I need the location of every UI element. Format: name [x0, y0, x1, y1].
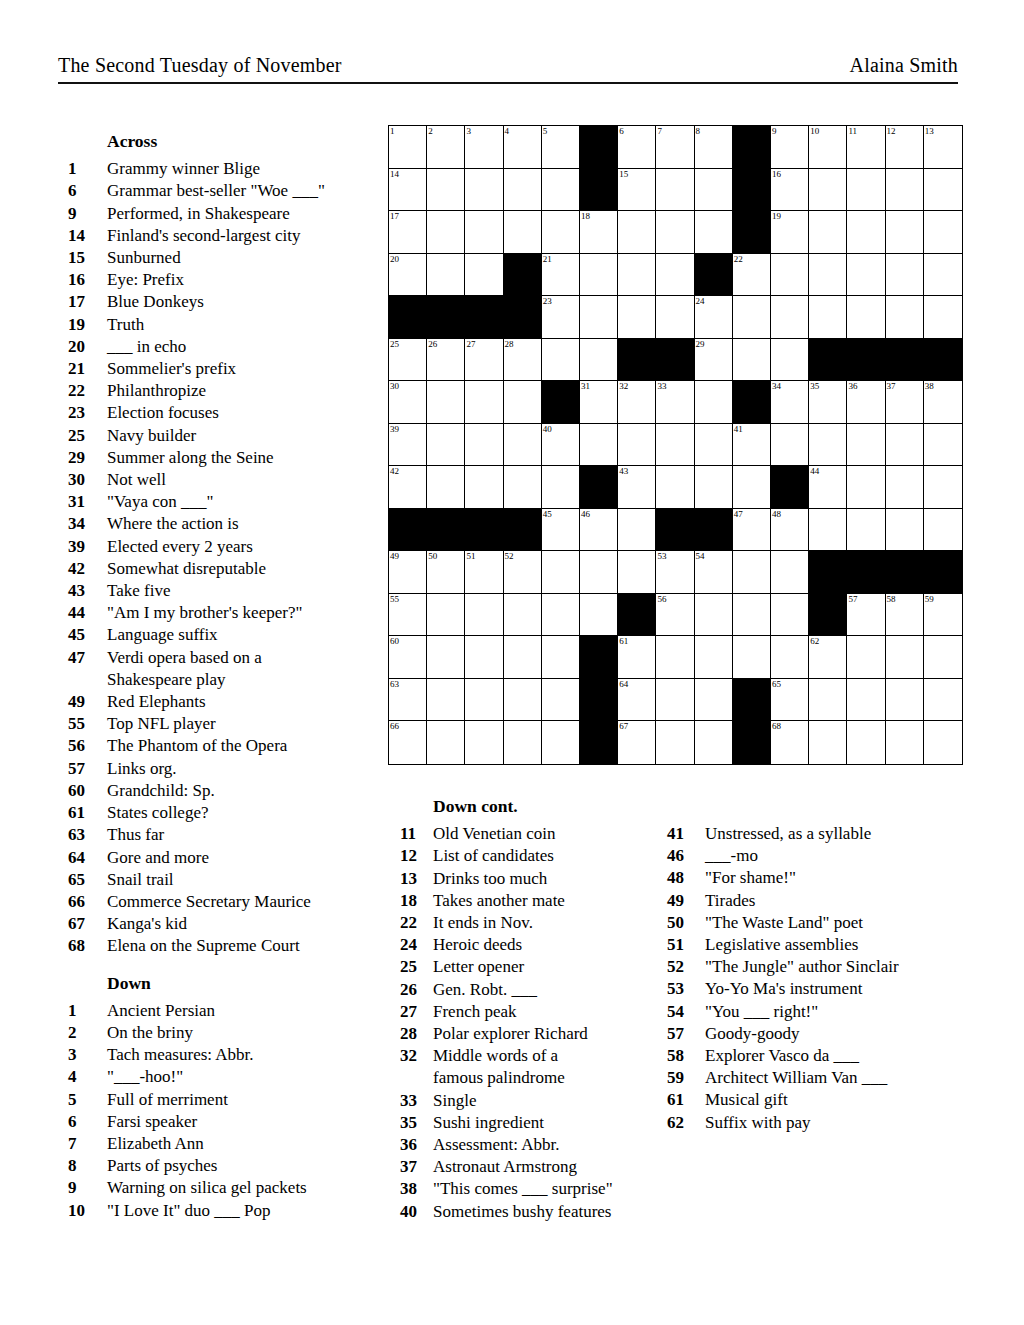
clue-item: 1Ancient Persian — [68, 1000, 380, 1022]
grid-cell[interactable] — [809, 509, 847, 552]
clue-text: ___ in echo — [107, 336, 186, 358]
grid-cell[interactable]: 4 — [504, 126, 542, 169]
grid-cell[interactable]: 43 — [618, 466, 656, 509]
grid-cell[interactable]: 53 — [656, 551, 694, 594]
cell-number: 47 — [734, 509, 743, 519]
cell-number: 7 — [657, 126, 662, 136]
clue-text: Kanga's kid — [107, 913, 187, 935]
clue-number: 3 — [68, 1044, 107, 1066]
clue-number: 20 — [68, 336, 107, 358]
clue-text: Heroic deeds — [433, 934, 522, 956]
clue-text: Elizabeth Ann — [107, 1133, 204, 1155]
grid-cell[interactable] — [580, 594, 618, 637]
grid-cell[interactable] — [656, 466, 694, 509]
cell-number: 40 — [543, 424, 552, 434]
grid-cell[interactable] — [656, 679, 694, 722]
grid-cell[interactable] — [771, 424, 809, 467]
clue-text: List of candidates — [433, 845, 554, 867]
grid-cell[interactable] — [695, 594, 733, 637]
clue-text: Architect William Van ___ — [705, 1067, 887, 1089]
grid-cell[interactable]: 60 — [389, 636, 427, 679]
grid-cell[interactable] — [847, 679, 885, 722]
black-cell — [924, 339, 962, 382]
grid-cell[interactable]: 64 — [618, 679, 656, 722]
grid-cell[interactable] — [924, 211, 962, 254]
grid-cell[interactable] — [656, 296, 694, 339]
grid-cell[interactable] — [886, 636, 924, 679]
grid-cell[interactable]: 32 — [618, 381, 656, 424]
grid-cell[interactable] — [695, 636, 733, 679]
cell-number: 39 — [390, 424, 399, 434]
clue-text: Election focuses — [107, 402, 219, 424]
clue-text: Elected every 2 years — [107, 536, 253, 558]
grid-cell[interactable]: 1 — [389, 126, 427, 169]
black-cell — [580, 721, 618, 764]
grid-cell[interactable]: 18 — [580, 211, 618, 254]
grid-cell[interactable]: 8 — [695, 126, 733, 169]
clue-text: Grammy winner Blige — [107, 158, 260, 180]
clue-number: 12 — [400, 845, 433, 867]
grid-cell[interactable] — [771, 636, 809, 679]
grid-cell[interactable]: 25 — [389, 339, 427, 382]
grid-cell[interactable] — [618, 296, 656, 339]
clue-number: 6 — [68, 180, 107, 202]
grid-cell[interactable] — [465, 466, 503, 509]
clue-number: 23 — [68, 402, 107, 424]
grid-cell[interactable] — [733, 551, 771, 594]
grid-cell[interactable]: 54 — [695, 551, 733, 594]
grid-cell[interactable] — [504, 424, 542, 467]
clue-number: 59 — [667, 1067, 705, 1089]
clue-number: 9 — [68, 1177, 107, 1199]
cell-number: 24 — [696, 296, 705, 306]
grid-cell[interactable] — [542, 466, 580, 509]
grid-cell[interactable]: 13 — [924, 126, 962, 169]
grid-cell[interactable] — [542, 551, 580, 594]
grid-cell[interactable] — [924, 169, 962, 212]
grid-cell[interactable]: 35 — [809, 381, 847, 424]
grid-cell[interactable]: 21 — [542, 254, 580, 297]
grid-cell[interactable]: 26 — [427, 339, 465, 382]
black-cell — [733, 211, 771, 254]
clue-item: 44"Am I my brother's keeper?" — [68, 602, 380, 624]
grid-cell[interactable] — [656, 169, 694, 212]
clue-item: 50"The Waste Land" poet — [667, 912, 960, 934]
clue-item: 54"You ___ right!" — [667, 1001, 960, 1023]
grid-cell[interactable] — [656, 254, 694, 297]
clue-number: 9 — [68, 203, 107, 225]
clue-item: 51Legislative assemblies — [667, 934, 960, 956]
grid-cell[interactable] — [465, 721, 503, 764]
grid-cell[interactable] — [427, 679, 465, 722]
grid-cell[interactable] — [695, 424, 733, 467]
black-cell — [924, 551, 962, 594]
grid-cell[interactable]: 24 — [695, 296, 733, 339]
grid-cell[interactable] — [618, 509, 656, 552]
grid-cell[interactable] — [847, 466, 885, 509]
clue-text: Unstressed, as a syllable — [705, 823, 871, 845]
grid-cell[interactable] — [695, 381, 733, 424]
grid-cell[interactable] — [465, 381, 503, 424]
grid-cell[interactable] — [504, 679, 542, 722]
clue-number: 57 — [667, 1023, 705, 1045]
grid-cell[interactable] — [427, 424, 465, 467]
black-cell — [733, 381, 771, 424]
clue-item: 25Navy builder — [68, 425, 380, 447]
grid-cell[interactable] — [847, 296, 885, 339]
clue-item: 10"I Love It" duo ___ Pop — [68, 1200, 380, 1222]
grid-cell[interactable] — [618, 424, 656, 467]
grid-cell[interactable] — [542, 679, 580, 722]
grid-cell[interactable]: 50 — [427, 551, 465, 594]
grid-cell[interactable] — [771, 594, 809, 637]
grid-cell[interactable] — [733, 466, 771, 509]
clue-item: 37Astronaut Armstrong — [400, 1156, 662, 1178]
grid-cell[interactable] — [847, 254, 885, 297]
byline: Alaina Smith — [849, 54, 958, 77]
black-cell — [771, 466, 809, 509]
clue-text: Language suffix — [107, 624, 218, 646]
grid-cell[interactable]: 16 — [771, 169, 809, 212]
clue-number: 52 — [667, 956, 705, 978]
grid-cell[interactable]: 56 — [656, 594, 694, 637]
grid-cell[interactable] — [542, 169, 580, 212]
cell-number: 55 — [390, 594, 399, 604]
grid-cell[interactable] — [695, 211, 733, 254]
grid-cell[interactable] — [580, 254, 618, 297]
grid-cell[interactable]: 10 — [809, 126, 847, 169]
grid-cell[interactable] — [809, 296, 847, 339]
black-cell — [656, 339, 694, 382]
grid-cell[interactable]: 38 — [924, 381, 962, 424]
clue-item: 49Tirades — [667, 890, 960, 912]
grid-cell[interactable]: 52 — [504, 551, 542, 594]
grid-cell[interactable] — [924, 509, 962, 552]
cell-number: 28 — [505, 339, 514, 349]
clue-number: 1 — [68, 1000, 107, 1022]
cell-number: 51 — [466, 551, 475, 561]
grid-cell[interactable] — [504, 721, 542, 764]
black-cell — [465, 509, 503, 552]
grid-cell[interactable] — [465, 424, 503, 467]
clue-text: Finland's second-largest city — [107, 225, 301, 247]
grid-cell[interactable] — [886, 679, 924, 722]
clue-item: 60Grandchild: Sp. — [68, 780, 380, 802]
grid-cell[interactable]: 29 — [695, 339, 733, 382]
black-cell — [733, 126, 771, 169]
grid-cell[interactable] — [542, 721, 580, 764]
grid-cell[interactable]: 61 — [618, 636, 656, 679]
clue-text: "The Jungle" author Sinclair — [705, 956, 899, 978]
grid-cell[interactable] — [847, 424, 885, 467]
grid-cell[interactable] — [809, 424, 847, 467]
grid-cell[interactable] — [733, 594, 771, 637]
cell-number: 64 — [619, 679, 628, 689]
grid-cell[interactable] — [886, 296, 924, 339]
black-cell — [465, 296, 503, 339]
cell-number: 36 — [848, 381, 857, 391]
clue-text: Somewhat disreputable — [107, 558, 266, 580]
grid-cell[interactable]: 30 — [389, 381, 427, 424]
clue-number: 22 — [68, 380, 107, 402]
grid-cell[interactable]: 20 — [389, 254, 427, 297]
grid-cell[interactable]: 23 — [542, 296, 580, 339]
grid-cell[interactable]: 33 — [656, 381, 694, 424]
grid-cell[interactable]: 14 — [389, 169, 427, 212]
grid-cell[interactable] — [656, 636, 694, 679]
grid-cell[interactable] — [504, 169, 542, 212]
grid-cell[interactable] — [733, 296, 771, 339]
clue-item: 68Elena on the Supreme Court — [68, 935, 380, 957]
grid-cell[interactable]: 36 — [847, 381, 885, 424]
clue-item: 57Links org. — [68, 758, 380, 780]
grid-cell[interactable] — [427, 594, 465, 637]
grid-cell[interactable] — [695, 466, 733, 509]
grid-cell[interactable] — [427, 636, 465, 679]
grid-cell[interactable]: 5 — [542, 126, 580, 169]
grid-cell[interactable]: 65 — [771, 679, 809, 722]
grid-cell[interactable] — [465, 636, 503, 679]
grid-cell[interactable] — [542, 594, 580, 637]
grid-cell[interactable] — [695, 721, 733, 764]
grid-cell[interactable]: 27 — [465, 339, 503, 382]
clue-text: Eye: Prefix — [107, 269, 184, 291]
grid-cell[interactable] — [847, 211, 885, 254]
grid-cell[interactable] — [427, 466, 465, 509]
clue-number: 41 — [667, 823, 705, 845]
clue-text: "___-hoo!" — [107, 1066, 183, 1088]
grid-cell[interactable] — [809, 169, 847, 212]
cell-number: 37 — [887, 381, 896, 391]
grid-cell[interactable] — [465, 679, 503, 722]
grid-cell[interactable]: 42 — [389, 466, 427, 509]
grid-cell[interactable] — [924, 679, 962, 722]
grid-cell[interactable] — [504, 466, 542, 509]
clue-number: 34 — [68, 513, 107, 535]
grid-cell[interactable]: 3 — [465, 126, 503, 169]
grid-cell[interactable] — [886, 211, 924, 254]
grid-cell[interactable] — [504, 636, 542, 679]
clue-text: The Phantom of the Opera — [107, 735, 287, 757]
grid-cell[interactable]: 44 — [809, 466, 847, 509]
grid-cell[interactable] — [542, 211, 580, 254]
grid-cell[interactable]: 11 — [847, 126, 885, 169]
grid-cell[interactable]: 49 — [389, 551, 427, 594]
grid-cell[interactable] — [656, 424, 694, 467]
clue-number: 49 — [68, 691, 107, 713]
clue-item: 32Middle words of a famous palindrome — [400, 1045, 662, 1089]
clue-column-left: Across 1Grammy winner Blige6Grammar best… — [58, 130, 380, 1222]
cell-number: 5 — [543, 126, 548, 136]
grid-cell[interactable] — [733, 339, 771, 382]
grid-cell[interactable] — [465, 594, 503, 637]
grid-cell[interactable] — [504, 211, 542, 254]
clue-number: 29 — [68, 447, 107, 469]
grid-cell[interactable]: 40 — [542, 424, 580, 467]
grid-cell[interactable] — [924, 296, 962, 339]
cell-number: 25 — [390, 339, 399, 349]
grid-cell[interactable]: 46 — [580, 509, 618, 552]
grid-cell[interactable] — [580, 296, 618, 339]
grid-cell[interactable] — [809, 254, 847, 297]
grid-cell[interactable] — [847, 636, 885, 679]
clue-text: Thus far — [107, 824, 164, 846]
grid-cell[interactable]: 62 — [809, 636, 847, 679]
clue-text: Navy builder — [107, 425, 196, 447]
cell-number: 13 — [925, 126, 934, 136]
grid-cell[interactable] — [504, 594, 542, 637]
grid-cell[interactable] — [924, 721, 962, 764]
grid-cell[interactable]: 19 — [771, 211, 809, 254]
grid-cell[interactable] — [465, 254, 503, 297]
grid-cell[interactable]: 41 — [733, 424, 771, 467]
cell-number: 4 — [505, 126, 510, 136]
cell-number: 23 — [543, 296, 552, 306]
grid-cell[interactable]: 55 — [389, 594, 427, 637]
grid-cell[interactable] — [924, 424, 962, 467]
clue-text: Links org. — [107, 758, 177, 780]
grid-cell[interactable] — [504, 381, 542, 424]
clue-item: 21Sommelier's prefix — [68, 358, 380, 380]
clue-item: 53Yo-Yo Ma's instrument — [667, 978, 960, 1000]
clue-item: 66Commerce Secretary Maurice — [68, 891, 380, 913]
grid-cell[interactable]: 45 — [542, 509, 580, 552]
cell-number: 31 — [581, 381, 590, 391]
clue-number: 61 — [667, 1089, 705, 1111]
grid-cell[interactable] — [465, 169, 503, 212]
grid-cell[interactable] — [924, 636, 962, 679]
grid-cell[interactable] — [427, 169, 465, 212]
grid-cell[interactable]: 68 — [771, 721, 809, 764]
grid-cell[interactable]: 51 — [465, 551, 503, 594]
clue-item: 47Verdi opera based on a Shakespeare pla… — [68, 647, 380, 691]
clue-item: 64Gore and more — [68, 847, 380, 869]
clue-item: 62Suffix with pay — [667, 1112, 960, 1134]
grid-cell[interactable] — [618, 551, 656, 594]
grid-cell[interactable]: 15 — [618, 169, 656, 212]
grid-cell[interactable] — [886, 424, 924, 467]
clue-text: Parts of psyches — [107, 1155, 217, 1177]
clue-number: 57 — [68, 758, 107, 780]
grid-cell[interactable] — [580, 424, 618, 467]
grid-cell[interactable] — [580, 339, 618, 382]
clue-number: 64 — [68, 847, 107, 869]
grid-cell[interactable] — [847, 721, 885, 764]
grid-cell[interactable] — [695, 679, 733, 722]
grid-cell[interactable] — [847, 509, 885, 552]
cell-number: 60 — [390, 636, 399, 646]
clue-item: 63Thus far — [68, 824, 380, 846]
grid-cell[interactable] — [924, 254, 962, 297]
cell-number: 65 — [772, 679, 781, 689]
clue-item: 28Polar explorer Richard — [400, 1023, 662, 1045]
grid-cell[interactable] — [618, 211, 656, 254]
clue-text: Warning on silica gel packets — [107, 1177, 307, 1199]
grid-cell[interactable]: 58 — [886, 594, 924, 637]
grid-cell[interactable]: 47 — [733, 509, 771, 552]
grid-cell[interactable]: 22 — [733, 254, 771, 297]
clue-text: Drinks too much — [433, 868, 547, 890]
grid-cell[interactable] — [886, 169, 924, 212]
grid-cell[interactable] — [427, 721, 465, 764]
grid-cell[interactable] — [618, 254, 656, 297]
grid-cell[interactable] — [924, 466, 962, 509]
grid-cell[interactable] — [733, 636, 771, 679]
black-cell — [809, 339, 847, 382]
clue-text: Philanthropize — [107, 380, 206, 402]
clue-text: Gore and more — [107, 847, 209, 869]
grid-cell[interactable]: 12 — [886, 126, 924, 169]
grid-cell[interactable] — [771, 551, 809, 594]
grid-cell[interactable]: 63 — [389, 679, 427, 722]
clue-number: 49 — [667, 890, 705, 912]
grid-cell[interactable]: 2 — [427, 126, 465, 169]
grid-cell[interactable]: 39 — [389, 424, 427, 467]
grid-cell[interactable] — [886, 254, 924, 297]
grid-cell[interactable] — [656, 211, 694, 254]
clue-text: Musical gift — [705, 1089, 788, 1111]
clue-number: 38 — [400, 1178, 433, 1200]
grid-cell[interactable] — [542, 339, 580, 382]
grid-cell[interactable]: 6 — [618, 126, 656, 169]
grid-cell[interactable] — [427, 211, 465, 254]
page-header: The Second Tuesday of November Alaina Sm… — [58, 54, 958, 84]
grid-cell[interactable] — [465, 211, 503, 254]
grid-cell[interactable]: 48 — [771, 509, 809, 552]
grid-cell[interactable] — [771, 296, 809, 339]
grid-cell[interactable]: 9 — [771, 126, 809, 169]
grid-cell[interactable]: 17 — [389, 211, 427, 254]
grid-cell[interactable] — [771, 339, 809, 382]
grid-cell[interactable]: 28 — [504, 339, 542, 382]
black-cell — [504, 509, 542, 552]
grid-cell[interactable] — [695, 169, 733, 212]
grid-cell[interactable]: 67 — [618, 721, 656, 764]
grid-cell[interactable] — [886, 466, 924, 509]
grid-cell[interactable] — [427, 254, 465, 297]
grid-cell[interactable] — [809, 679, 847, 722]
clue-number: 53 — [667, 978, 705, 1000]
clue-item: 39Elected every 2 years — [68, 536, 380, 558]
grid-cell[interactable] — [771, 254, 809, 297]
grid-cell[interactable] — [656, 721, 694, 764]
clue-item: 29Summer along the Seine — [68, 447, 380, 469]
clue-text: Gen. Robt. ___ — [433, 979, 537, 1001]
grid-cell[interactable]: 57 — [847, 594, 885, 637]
clue-number: 39 — [68, 536, 107, 558]
clue-item: 49Red Elephants — [68, 691, 380, 713]
grid-cell[interactable]: 7 — [656, 126, 694, 169]
clue-column-right: 41Unstressed, as a syllable46___-mo48"Fo… — [667, 823, 960, 1134]
grid-cell[interactable] — [847, 169, 885, 212]
grid-cell[interactable]: 59 — [924, 594, 962, 637]
grid-cell[interactable]: 34 — [771, 381, 809, 424]
grid-cell[interactable] — [809, 211, 847, 254]
grid-cell[interactable] — [542, 636, 580, 679]
grid-cell[interactable] — [580, 551, 618, 594]
grid-cell[interactable]: 37 — [886, 381, 924, 424]
clue-text: Old Venetian coin — [433, 823, 555, 845]
grid-cell[interactable] — [886, 721, 924, 764]
clue-number: 26 — [400, 979, 433, 1001]
grid-cell[interactable] — [809, 721, 847, 764]
grid-cell[interactable] — [427, 381, 465, 424]
black-cell — [504, 296, 542, 339]
clue-text: Truth — [107, 314, 144, 336]
grid-cell[interactable]: 66 — [389, 721, 427, 764]
grid-cell[interactable] — [886, 509, 924, 552]
grid-cell[interactable]: 31 — [580, 381, 618, 424]
